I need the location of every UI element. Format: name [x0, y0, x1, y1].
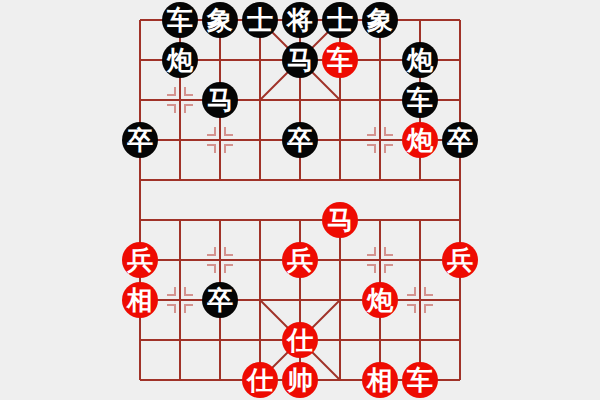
piece-black-horse[interactable]: 马	[282, 42, 318, 78]
piece-red-soldier[interactable]: 兵	[282, 242, 318, 278]
piece-red-cannon[interactable]: 炮	[402, 122, 438, 158]
piece-black-soldier[interactable]: 卒	[122, 122, 158, 158]
piece-black-rook[interactable]: 车	[402, 82, 438, 118]
xiangqi-app: 车象士将士象炮马车炮马车卒卒炮卒马兵兵兵相卒炮仕仕帅相车	[0, 0, 600, 400]
piece-red-elephant[interactable]: 相	[362, 362, 398, 398]
xiangqi-board[interactable]: 车象士将士象炮马车炮马车卒卒炮卒马兵兵兵相卒炮仕仕帅相车	[0, 0, 600, 400]
piece-red-advisor[interactable]: 仕	[282, 322, 318, 358]
piece-red-advisor[interactable]: 仕	[242, 362, 278, 398]
piece-black-elephant[interactable]: 象	[362, 2, 398, 38]
piece-red-cannon[interactable]: 炮	[362, 282, 398, 318]
piece-red-rook[interactable]: 车	[322, 42, 358, 78]
piece-black-soldier[interactable]: 卒	[202, 282, 238, 318]
piece-red-general[interactable]: 帅	[282, 362, 318, 398]
piece-black-horse[interactable]: 马	[202, 82, 238, 118]
piece-red-soldier[interactable]: 兵	[442, 242, 478, 278]
piece-black-advisor[interactable]: 士	[322, 2, 358, 38]
piece-black-soldier[interactable]: 卒	[442, 122, 478, 158]
piece-black-rook[interactable]: 车	[162, 2, 198, 38]
piece-black-elephant[interactable]: 象	[202, 2, 238, 38]
piece-black-soldier[interactable]: 卒	[282, 122, 318, 158]
piece-red-soldier[interactable]: 兵	[122, 242, 158, 278]
piece-red-elephant[interactable]: 相	[122, 282, 158, 318]
piece-black-cannon[interactable]: 炮	[402, 42, 438, 78]
piece-black-advisor[interactable]: 士	[242, 2, 278, 38]
piece-black-general[interactable]: 将	[282, 2, 318, 38]
piece-red-rook[interactable]: 车	[402, 362, 438, 398]
piece-red-horse[interactable]: 马	[322, 202, 358, 238]
piece-black-cannon[interactable]: 炮	[162, 42, 198, 78]
